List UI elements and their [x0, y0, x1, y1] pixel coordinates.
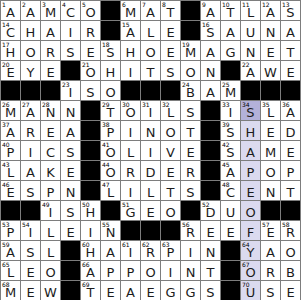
crossword-cell[interactable]: D [141, 161, 161, 181]
crossword-cell[interactable]: S [21, 241, 41, 261]
cell-letter: E [61, 226, 80, 240]
crossword-cell[interactable]: D [281, 121, 301, 141]
crossword-cell[interactable]: 40P [1, 141, 21, 161]
cell-letter: E [261, 126, 280, 140]
crossword-cell[interactable]: 46E [1, 181, 21, 201]
crossword-cell[interactable]: R [181, 161, 201, 181]
crossword-cell[interactable]: E [161, 21, 181, 41]
crossword-cell[interactable]: E [221, 221, 241, 241]
crossword-cell[interactable]: 8T [161, 1, 181, 21]
crossword-cell[interactable]: 58R [281, 221, 301, 241]
cell-letter: G [221, 46, 240, 60]
crossword-cell[interactable]: 69T [81, 281, 101, 300]
crossword-cell[interactable]: T [281, 181, 301, 201]
cell-letter: G [161, 286, 180, 300]
crossword-cell[interactable]: N [201, 241, 221, 261]
crossword-cell[interactable]: E [201, 221, 221, 241]
crossword-cell[interactable]: O [41, 261, 61, 281]
crossword-cell[interactable]: 6M [121, 1, 141, 21]
crossword-cell[interactable]: N [141, 121, 161, 141]
crossword-cell[interactable]: O [21, 41, 41, 61]
cell-letter: C [41, 146, 60, 160]
crossword-cell[interactable]: 65L [1, 261, 21, 281]
cell-letter: E [61, 166, 80, 180]
crossword-cell[interactable]: E [261, 121, 281, 141]
cell-letter: E [181, 146, 200, 160]
cell-letter: M [261, 146, 280, 160]
crossword-cell[interactable]: T [141, 61, 161, 81]
crossword-cell[interactable]: 66A [81, 261, 101, 281]
cell-letter: M [221, 86, 240, 100]
crossword-cell[interactable]: 5O [81, 1, 101, 21]
cell-letter: T [81, 286, 100, 300]
cell-letter: A [41, 26, 60, 40]
cell-letter: S [21, 186, 40, 200]
crossword-cell[interactable]: 14C [1, 21, 21, 41]
cell-letter: H [121, 46, 140, 60]
crossword-cell[interactable]: S [61, 201, 81, 221]
cell-letter: V [161, 146, 180, 160]
crossword-cell[interactable]: E [181, 141, 201, 161]
crossword-cell[interactable]: 41O [101, 141, 121, 161]
cell-letter: S [201, 26, 220, 40]
crossword-cell[interactable]: 7A [141, 1, 161, 21]
crossword-cell[interactable]: O [181, 61, 201, 81]
crossword-cell[interactable]: E [141, 281, 161, 300]
crossword-cell[interactable]: E [161, 161, 181, 181]
crossword-cell[interactable]: H [121, 41, 141, 61]
block-cell [121, 81, 141, 101]
crossword-cell[interactable]: O [101, 81, 121, 101]
block-cell [81, 181, 101, 201]
cell-letter: P [101, 266, 120, 280]
cell-letter: E [101, 286, 120, 300]
crossword-cell[interactable]: 62R [141, 241, 161, 261]
crossword-cell[interactable]: S [181, 101, 201, 121]
crossword-cell[interactable]: T [181, 121, 201, 141]
crossword-cell[interactable]: 67O [241, 261, 261, 281]
crossword-cell[interactable]: 53P [1, 221, 21, 241]
cell-letter: U [241, 26, 260, 40]
crossword-cell[interactable]: 47L [101, 181, 121, 201]
cell-letter: O [21, 46, 40, 60]
block-cell [61, 261, 81, 281]
cell-letter: T [181, 126, 200, 140]
cell-letter: L [141, 186, 160, 200]
cell-letter: I [41, 206, 60, 220]
crossword-cell[interactable]: 3M [41, 1, 61, 21]
cell-letter: O [161, 126, 180, 140]
block-cell [201, 181, 221, 201]
crossword-cell[interactable]: 28N [41, 101, 61, 121]
crossword-cell[interactable]: 16S [201, 21, 221, 41]
crossword-cell[interactable]: W [41, 281, 61, 300]
crossword-cell[interactable]: E [281, 281, 301, 300]
crossword-cell[interactable]: P [41, 181, 61, 201]
crossword-cell[interactable]: 31I [141, 101, 161, 121]
crossword-cell[interactable]: R [21, 121, 41, 141]
crossword-cell[interactable]: 68M [1, 281, 21, 300]
cell-letter: R [181, 226, 200, 240]
crossword-cell[interactable]: A [241, 141, 261, 161]
crossword-cell[interactable]: 44O [101, 161, 121, 181]
crossword-cell[interactable]: N [241, 41, 261, 61]
cell-letter: S [61, 206, 80, 220]
cell-letter: A [241, 146, 260, 160]
crossword-cell[interactable]: 22A [241, 61, 261, 81]
crossword-cell[interactable]: 2A [21, 1, 41, 21]
cell-letter: E [1, 66, 20, 80]
cell-letter: R [41, 46, 60, 60]
crossword-cell[interactable]: W [261, 61, 281, 81]
cell-letter: O [281, 246, 300, 260]
cell-letter: S [181, 186, 200, 200]
crossword-cell[interactable]: C [41, 141, 61, 161]
crossword-cell[interactable]: 10T [221, 1, 241, 21]
crossword-cell[interactable]: 12A [261, 1, 281, 21]
crossword-cell[interactable]: O [241, 201, 261, 221]
crossword-cell[interactable]: R [261, 261, 281, 281]
block-cell [61, 281, 81, 300]
crossword-cell[interactable]: P [101, 261, 121, 281]
crossword-cell[interactable]: N [61, 181, 81, 201]
crossword-cell[interactable]: U [241, 21, 261, 41]
crossword-cell[interactable]: S [21, 181, 41, 201]
crossword-cell[interactable]: 57E [261, 221, 281, 241]
crossword-cell[interactable]: E [281, 61, 301, 81]
block-cell [81, 141, 101, 161]
cell-letter: L [1, 166, 20, 180]
crossword-cell[interactable]: 49I [41, 201, 61, 221]
crossword-cell[interactable]: E [141, 201, 161, 221]
crossword-cell[interactable]: 50H [81, 201, 101, 221]
crossword-cell[interactable]: 64Y [241, 241, 261, 261]
block-cell [81, 101, 101, 121]
crossword-cell[interactable]: G [221, 41, 241, 61]
cell-letter: W [261, 66, 280, 80]
crossword-cell[interactable]: A [221, 21, 241, 41]
crossword-cell[interactable]: 20E [1, 61, 21, 81]
crossword-cell[interactable]: E [81, 41, 101, 61]
crossword-cell[interactable]: O [161, 121, 181, 141]
crossword-cell[interactable]: 21O [81, 61, 101, 81]
cell-letter: S [201, 286, 220, 300]
crossword-cell[interactable]: 48C [221, 181, 241, 201]
crossword-cell[interactable]: I [121, 181, 141, 201]
block-cell [281, 201, 301, 221]
cell-letter: S [241, 106, 260, 120]
crossword-cell[interactable]: 39S [221, 121, 241, 141]
cell-letter: B [181, 86, 200, 100]
cell-letter: M [181, 46, 200, 60]
crossword-cell[interactable]: 23I [61, 81, 81, 101]
crossword-cell[interactable]: E [101, 281, 121, 300]
crossword-cell[interactable]: 17H [1, 41, 21, 61]
cell-letter: A [121, 286, 140, 300]
crossword-cell[interactable]: E [161, 41, 181, 61]
cell-letter: A [261, 6, 280, 20]
cell-letter: E [41, 66, 60, 80]
crossword-cell[interactable]: N [181, 261, 201, 281]
crossword-cell[interactable]: I [81, 221, 101, 241]
cell-letter: L [1, 266, 20, 280]
cell-letter: G [181, 286, 200, 300]
crossword-cell[interactable]: A [201, 81, 221, 101]
block-cell [61, 241, 81, 261]
cell-letter: R [261, 266, 280, 280]
crossword-cell[interactable]: 59A [1, 241, 21, 261]
crossword-cell[interactable]: O [141, 261, 161, 281]
crossword-cell[interactable]: 29T [101, 101, 121, 121]
crossword-cell[interactable]: 52D [201, 201, 221, 221]
crossword-cell[interactable]: O [281, 241, 301, 261]
cell-letter: A [261, 246, 280, 260]
cell-letter: S [61, 46, 80, 60]
block-cell [41, 81, 61, 101]
cell-letter: R [141, 246, 160, 260]
crossword-cell[interactable]: K [41, 161, 61, 181]
crossword-cell[interactable]: L [141, 181, 161, 201]
crossword-cell[interactable]: E [21, 281, 41, 300]
cell-letter: A [1, 126, 20, 140]
cell-letter: P [281, 166, 300, 180]
cell-letter: A [201, 46, 220, 60]
cell-letter: A [241, 66, 260, 80]
cell-letter: N [201, 66, 220, 80]
cell-letter: L [41, 246, 60, 260]
crossword-cell[interactable]: I [181, 241, 201, 261]
cell-letter: I [121, 126, 140, 140]
crossword-cell[interactable]: 54I [21, 221, 41, 241]
crossword-cell[interactable]: E [261, 41, 281, 61]
cell-letter: E [81, 46, 100, 60]
cell-letter: N [101, 226, 120, 240]
crossword-cell[interactable]: G [161, 281, 181, 300]
crossword-cell[interactable]: R [41, 41, 61, 61]
crossword-cell[interactable]: I [161, 261, 181, 281]
crossword-cell[interactable]: 43L [1, 161, 21, 181]
block-cell [1, 201, 21, 221]
crossword-cell[interactable]: I [121, 61, 141, 81]
crossword-cell[interactable]: 13S [281, 1, 301, 21]
crossword-cell[interactable]: 18S [101, 41, 121, 61]
cell-letter: N [261, 26, 280, 40]
crossword-cell[interactable]: H [101, 61, 121, 81]
block-cell [161, 81, 181, 101]
crossword-cell[interactable]: 15A [121, 21, 141, 41]
crossword-cell[interactable]: S [261, 281, 281, 300]
crossword-cell[interactable]: 37A [1, 121, 21, 141]
crossword-cell[interactable]: S [81, 81, 101, 101]
crossword-cell[interactable]: 11L [241, 1, 261, 21]
cell-letter: I [61, 26, 80, 40]
crossword-cell[interactable]: 55N [101, 221, 121, 241]
cell-letter: W [41, 286, 60, 300]
crossword-cell[interactable]: S [181, 181, 201, 201]
cell-letter: N [261, 186, 280, 200]
crossword-cell[interactable]: A [201, 41, 221, 61]
crossword-cell[interactable]: L [121, 141, 141, 161]
cell-letter: A [1, 6, 20, 20]
crossword-cell[interactable]: 32L [161, 101, 181, 121]
cell-letter: I [221, 106, 240, 120]
cell-letter: E [281, 146, 300, 160]
crossword-cell[interactable]: V [161, 141, 181, 161]
cell-letter: O [101, 166, 120, 180]
crossword-cell[interactable]: 1A [1, 1, 21, 21]
crossword-cell[interactable]: A [41, 21, 61, 41]
crossword-cell[interactable]: N [261, 21, 281, 41]
crossword-cell[interactable]: 33I [221, 101, 241, 121]
crossword-cell[interactable]: P [241, 161, 261, 181]
crossword-cell[interactable]: U [221, 201, 241, 221]
cell-letter: O [41, 266, 60, 280]
cell-letter: S [281, 6, 300, 20]
crossword-cell[interactable]: A [261, 241, 281, 261]
crossword-cell[interactable]: S [161, 61, 181, 81]
crossword-cell[interactable]: 45A [221, 161, 241, 181]
crossword-cell[interactable]: H [241, 121, 261, 141]
cell-letter: U [241, 286, 260, 300]
crossword-cell[interactable]: 38P [101, 121, 121, 141]
cell-letter: P [161, 246, 180, 260]
cell-letter: I [81, 226, 100, 240]
crossword-cell[interactable]: I [141, 141, 161, 161]
crossword-cell[interactable]: 25M [221, 81, 241, 101]
crossword-cell[interactable]: 34S [241, 101, 261, 121]
crossword-cell[interactable]: I [21, 141, 41, 161]
cell-letter: S [221, 126, 240, 140]
cell-letter: T [161, 6, 180, 20]
crossword-cell[interactable]: N [61, 101, 81, 121]
cell-letter: A [221, 26, 240, 40]
block-cell [81, 121, 101, 141]
crossword-cell[interactable]: Y [21, 61, 41, 81]
crossword-cell[interactable]: 9A [201, 1, 221, 21]
crossword-cell[interactable]: I [61, 21, 81, 41]
crossword-cell[interactable]: F [241, 221, 261, 241]
crossword-cell[interactable]: B [281, 261, 301, 281]
crossword-cell[interactable]: P [121, 261, 141, 281]
cell-letter: E [241, 186, 260, 200]
crossword-cell[interactable]: I [121, 121, 141, 141]
cell-letter: I [181, 246, 200, 260]
crossword-cell[interactable]: 60H [81, 241, 101, 261]
cell-letter: A [21, 166, 40, 180]
crossword-cell[interactable]: E [41, 61, 61, 81]
crossword-cell[interactable]: S [201, 281, 221, 300]
crossword-cell[interactable]: 56R [181, 221, 201, 241]
crossword-cell[interactable]: 61I [121, 241, 141, 261]
crossword-cell[interactable]: R [121, 161, 141, 181]
crossword-cell[interactable]: A [281, 21, 301, 41]
cell-letter: M [41, 6, 60, 20]
cell-letter: O [101, 86, 120, 100]
crossword-cell[interactable]: O [141, 41, 161, 61]
crossword-cell[interactable]: A [121, 281, 141, 300]
crossword-cell[interactable]: E [41, 121, 61, 141]
crossword-cell[interactable]: L [41, 221, 61, 241]
crossword-cell[interactable]: M [261, 141, 281, 161]
block-cell [141, 221, 161, 241]
cell-letter: S [221, 146, 240, 160]
crossword-cell[interactable]: 27A [21, 101, 41, 121]
cell-letter: A [281, 26, 300, 40]
crossword-cell[interactable]: A [101, 241, 121, 261]
crossword-cell[interactable]: 26M [1, 101, 21, 121]
cell-letter: L [121, 146, 140, 160]
crossword-cell[interactable]: 24B [181, 81, 201, 101]
crossword-cell[interactable]: 35L [261, 101, 281, 121]
block-cell [261, 81, 281, 101]
crossword-cell[interactable]: E [241, 181, 261, 201]
cell-letter: A [21, 106, 40, 120]
cell-letter: L [261, 106, 280, 120]
cell-letter: P [121, 266, 140, 280]
crossword-cell[interactable]: T [281, 41, 301, 61]
crossword-cell[interactable]: 30O [121, 101, 141, 121]
cell-letter: H [81, 206, 100, 220]
block-cell [21, 81, 41, 101]
crossword-cell[interactable]: E [61, 221, 81, 241]
cell-letter: H [241, 126, 260, 140]
crossword-cell[interactable]: L [41, 241, 61, 261]
crossword-cell[interactable]: P [281, 161, 301, 181]
cell-letter: A [61, 126, 80, 140]
crossword-cell[interactable]: E [21, 261, 41, 281]
cell-letter: N [241, 46, 260, 60]
crossword-cell[interactable]: O [161, 201, 181, 221]
crossword-cell[interactable]: 36A [281, 101, 301, 121]
block-cell [21, 201, 41, 221]
cell-letter: P [1, 146, 20, 160]
crossword-cell[interactable]: 4C [61, 1, 81, 21]
crossword-cell[interactable]: 63P [161, 241, 181, 261]
cell-letter: C [1, 26, 20, 40]
crossword-cell[interactable]: G [181, 281, 201, 300]
crossword-cell[interactable]: S [61, 141, 81, 161]
crossword-cell[interactable]: 19M [181, 41, 201, 61]
cell-letter: I [121, 66, 140, 80]
crossword-cell[interactable]: H [21, 21, 41, 41]
crossword-cell[interactable]: E [281, 141, 301, 161]
cell-letter: O [241, 266, 260, 280]
crossword-cell[interactable]: A [61, 121, 81, 141]
cell-letter: T [201, 266, 220, 280]
cell-letter: I [61, 86, 80, 100]
cell-letter: A [1, 246, 20, 260]
block-cell [281, 81, 301, 101]
cell-letter: F [241, 226, 260, 240]
crossword-cell[interactable]: 70U [241, 281, 261, 300]
crossword-cell[interactable]: N [201, 61, 221, 81]
cell-letter: E [141, 286, 160, 300]
crossword-cell[interactable]: E [61, 161, 81, 181]
crossword-cell[interactable]: 42S [221, 141, 241, 161]
crossword-cell[interactable]: O [261, 161, 281, 181]
crossword-cell[interactable]: R [81, 21, 101, 41]
block-cell [101, 21, 121, 41]
crossword-cell[interactable]: 51G [121, 201, 141, 221]
crossword-cell[interactable]: T [161, 181, 181, 201]
crossword-cell[interactable]: S [61, 41, 81, 61]
crossword-cell[interactable]: N [261, 181, 281, 201]
crossword-cell[interactable]: L [141, 21, 161, 41]
crossword-cell[interactable]: T [201, 261, 221, 281]
crossword-cell[interactable]: A [21, 161, 41, 181]
cell-letter: O [141, 46, 160, 60]
block-cell [261, 201, 281, 221]
